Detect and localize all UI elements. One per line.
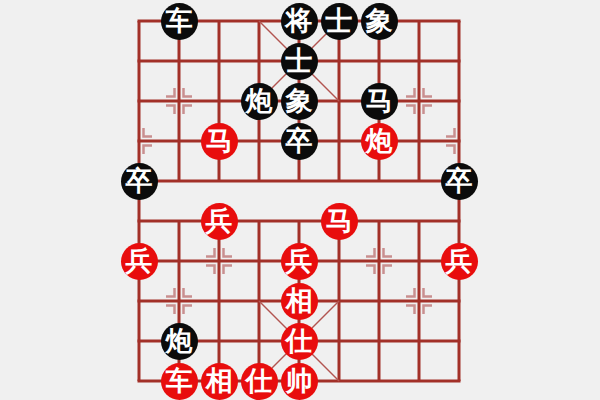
piece-black-soldier[interactable]: 卒 xyxy=(121,163,158,200)
piece-red-advisor[interactable]: 仕 xyxy=(241,363,278,400)
piece-red-horse[interactable]: 马 xyxy=(321,203,358,240)
piece-black-horse[interactable]: 马 xyxy=(361,83,398,120)
piece-black-cannon[interactable]: 炮 xyxy=(161,323,198,360)
piece-black-elephant[interactable]: 象 xyxy=(281,83,318,120)
piece-black-elephant[interactable]: 象 xyxy=(361,3,398,40)
piece-black-soldier[interactable]: 卒 xyxy=(281,123,318,160)
piece-red-general[interactable]: 帅 xyxy=(281,363,318,400)
xiangqi-screenshot: 车将士象士炮象马卒马炮卒卒兵马兵兵兵相炮仕车相仕帅 xyxy=(0,0,600,400)
piece-red-horse[interactable]: 马 xyxy=(201,123,238,160)
piece-red-soldier[interactable]: 兵 xyxy=(441,243,478,280)
piece-red-elephant[interactable]: 相 xyxy=(201,363,238,400)
piece-black-chariot[interactable]: 车 xyxy=(161,3,198,40)
piece-black-advisor[interactable]: 士 xyxy=(281,43,318,80)
piece-black-advisor[interactable]: 士 xyxy=(321,3,358,40)
pieces-layer: 车将士象士炮象马卒马炮卒卒兵马兵兵兵相炮仕车相仕帅 xyxy=(0,0,600,400)
piece-black-soldier[interactable]: 卒 xyxy=(441,163,478,200)
piece-black-general[interactable]: 将 xyxy=(281,3,318,40)
piece-red-chariot[interactable]: 车 xyxy=(161,363,198,400)
piece-red-soldier[interactable]: 兵 xyxy=(121,243,158,280)
piece-red-advisor[interactable]: 仕 xyxy=(281,323,318,360)
piece-red-cannon[interactable]: 炮 xyxy=(361,123,398,160)
piece-black-cannon[interactable]: 炮 xyxy=(241,83,278,120)
piece-red-soldier[interactable]: 兵 xyxy=(201,203,238,240)
piece-red-soldier[interactable]: 兵 xyxy=(281,243,318,280)
piece-red-elephant[interactable]: 相 xyxy=(281,283,318,320)
